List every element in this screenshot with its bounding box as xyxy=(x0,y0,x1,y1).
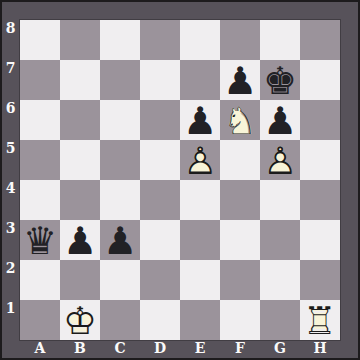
square-b8[interactable] xyxy=(60,20,100,60)
square-c7[interactable] xyxy=(100,60,140,100)
chess-board: ♟♚♟♞♘♟♟♙♟♙♛♟♟♚♔♜♖ xyxy=(20,20,340,340)
square-a4[interactable] xyxy=(20,180,60,220)
square-h1[interactable]: ♜♖ xyxy=(300,300,340,340)
square-g3[interactable] xyxy=(260,220,300,260)
black-piece-fill: ♟ xyxy=(220,60,260,100)
square-g7[interactable]: ♚ xyxy=(260,60,300,100)
rank-label-8: 8 xyxy=(2,20,19,60)
chess-board-frame: ♟♚♟♞♘♟♟♙♟♙♛♟♟♚♔♜♖ 87654321ABCDEFGH xyxy=(0,0,360,360)
square-e6[interactable]: ♟ xyxy=(180,100,220,140)
file-label-h: H xyxy=(300,340,340,358)
piece-black-pawn-b3[interactable]: ♟ xyxy=(60,220,100,260)
square-d7[interactable] xyxy=(140,60,180,100)
rank-label-1: 1 xyxy=(2,300,19,340)
square-h8[interactable] xyxy=(300,20,340,60)
square-e8[interactable] xyxy=(180,20,220,60)
square-f1[interactable] xyxy=(220,300,260,340)
black-piece-fill: ♛ xyxy=(20,220,60,260)
file-label-e: E xyxy=(180,340,220,358)
file-label-a: A xyxy=(20,340,60,358)
square-g6[interactable]: ♟ xyxy=(260,100,300,140)
file-label-b: B xyxy=(60,340,100,358)
square-f8[interactable] xyxy=(220,20,260,60)
square-a1[interactable] xyxy=(20,300,60,340)
piece-black-queen-a3[interactable]: ♛ xyxy=(20,220,60,260)
square-f4[interactable] xyxy=(220,180,260,220)
square-b2[interactable] xyxy=(60,260,100,300)
square-f7[interactable]: ♟ xyxy=(220,60,260,100)
square-d2[interactable] xyxy=(140,260,180,300)
file-label-f: F xyxy=(220,340,260,358)
rank-label-4: 4 xyxy=(2,180,19,220)
square-g5[interactable]: ♟♙ xyxy=(260,140,300,180)
square-a6[interactable] xyxy=(20,100,60,140)
square-e1[interactable] xyxy=(180,300,220,340)
square-h5[interactable] xyxy=(300,140,340,180)
square-a2[interactable] xyxy=(20,260,60,300)
square-h4[interactable] xyxy=(300,180,340,220)
square-g2[interactable] xyxy=(260,260,300,300)
white-piece-outline: ♙ xyxy=(260,140,300,180)
square-g8[interactable] xyxy=(260,20,300,60)
square-h2[interactable] xyxy=(300,260,340,300)
black-piece-fill: ♟ xyxy=(100,220,140,260)
square-c8[interactable] xyxy=(100,20,140,60)
square-a5[interactable] xyxy=(20,140,60,180)
square-d1[interactable] xyxy=(140,300,180,340)
square-d8[interactable] xyxy=(140,20,180,60)
square-h7[interactable] xyxy=(300,60,340,100)
file-label-c: C xyxy=(100,340,140,358)
black-piece-fill: ♚ xyxy=(260,60,300,100)
piece-white-king-b1[interactable]: ♚♔ xyxy=(60,300,100,340)
piece-white-knight-f6[interactable]: ♞♘ xyxy=(220,100,260,140)
square-c1[interactable] xyxy=(100,300,140,340)
square-g1[interactable] xyxy=(260,300,300,340)
piece-black-pawn-g6[interactable]: ♟ xyxy=(260,100,300,140)
white-piece-outline: ♙ xyxy=(180,140,220,180)
square-e3[interactable] xyxy=(180,220,220,260)
square-c2[interactable] xyxy=(100,260,140,300)
square-d5[interactable] xyxy=(140,140,180,180)
piece-black-pawn-e6[interactable]: ♟ xyxy=(180,100,220,140)
square-e5[interactable]: ♟♙ xyxy=(180,140,220,180)
square-b4[interactable] xyxy=(60,180,100,220)
square-a3[interactable]: ♛ xyxy=(20,220,60,260)
square-d4[interactable] xyxy=(140,180,180,220)
white-piece-outline: ♔ xyxy=(60,300,100,340)
square-g4[interactable] xyxy=(260,180,300,220)
square-b7[interactable] xyxy=(60,60,100,100)
square-b5[interactable] xyxy=(60,140,100,180)
square-c6[interactable] xyxy=(100,100,140,140)
square-c3[interactable]: ♟ xyxy=(100,220,140,260)
square-d6[interactable] xyxy=(140,100,180,140)
piece-white-pawn-e5[interactable]: ♟♙ xyxy=(180,140,220,180)
square-f3[interactable] xyxy=(220,220,260,260)
white-piece-outline: ♖ xyxy=(300,300,340,340)
square-f6[interactable]: ♞♘ xyxy=(220,100,260,140)
square-b3[interactable]: ♟ xyxy=(60,220,100,260)
square-e4[interactable] xyxy=(180,180,220,220)
file-label-g: G xyxy=(260,340,300,358)
square-a7[interactable] xyxy=(20,60,60,100)
rank-label-5: 5 xyxy=(2,140,19,180)
piece-white-rook-h1[interactable]: ♜♖ xyxy=(300,300,340,340)
piece-black-king-g7[interactable]: ♚ xyxy=(260,60,300,100)
piece-black-pawn-f7[interactable]: ♟ xyxy=(220,60,260,100)
square-b6[interactable] xyxy=(60,100,100,140)
rank-label-3: 3 xyxy=(2,220,19,260)
black-piece-fill: ♟ xyxy=(60,220,100,260)
square-h3[interactable] xyxy=(300,220,340,260)
rank-label-7: 7 xyxy=(2,60,19,100)
black-piece-fill: ♟ xyxy=(180,100,220,140)
square-d3[interactable] xyxy=(140,220,180,260)
square-c5[interactable] xyxy=(100,140,140,180)
square-c4[interactable] xyxy=(100,180,140,220)
square-h6[interactable] xyxy=(300,100,340,140)
piece-white-pawn-g5[interactable]: ♟♙ xyxy=(260,140,300,180)
square-a8[interactable] xyxy=(20,20,60,60)
square-b1[interactable]: ♚♔ xyxy=(60,300,100,340)
rank-label-6: 6 xyxy=(2,100,19,140)
file-label-d: D xyxy=(140,340,180,358)
piece-black-pawn-c3[interactable]: ♟ xyxy=(100,220,140,260)
white-piece-outline: ♘ xyxy=(220,100,260,140)
black-piece-fill: ♟ xyxy=(260,100,300,140)
square-f5[interactable] xyxy=(220,140,260,180)
square-f2[interactable] xyxy=(220,260,260,300)
square-e2[interactable] xyxy=(180,260,220,300)
rank-label-2: 2 xyxy=(2,260,19,300)
square-e7[interactable] xyxy=(180,60,220,100)
